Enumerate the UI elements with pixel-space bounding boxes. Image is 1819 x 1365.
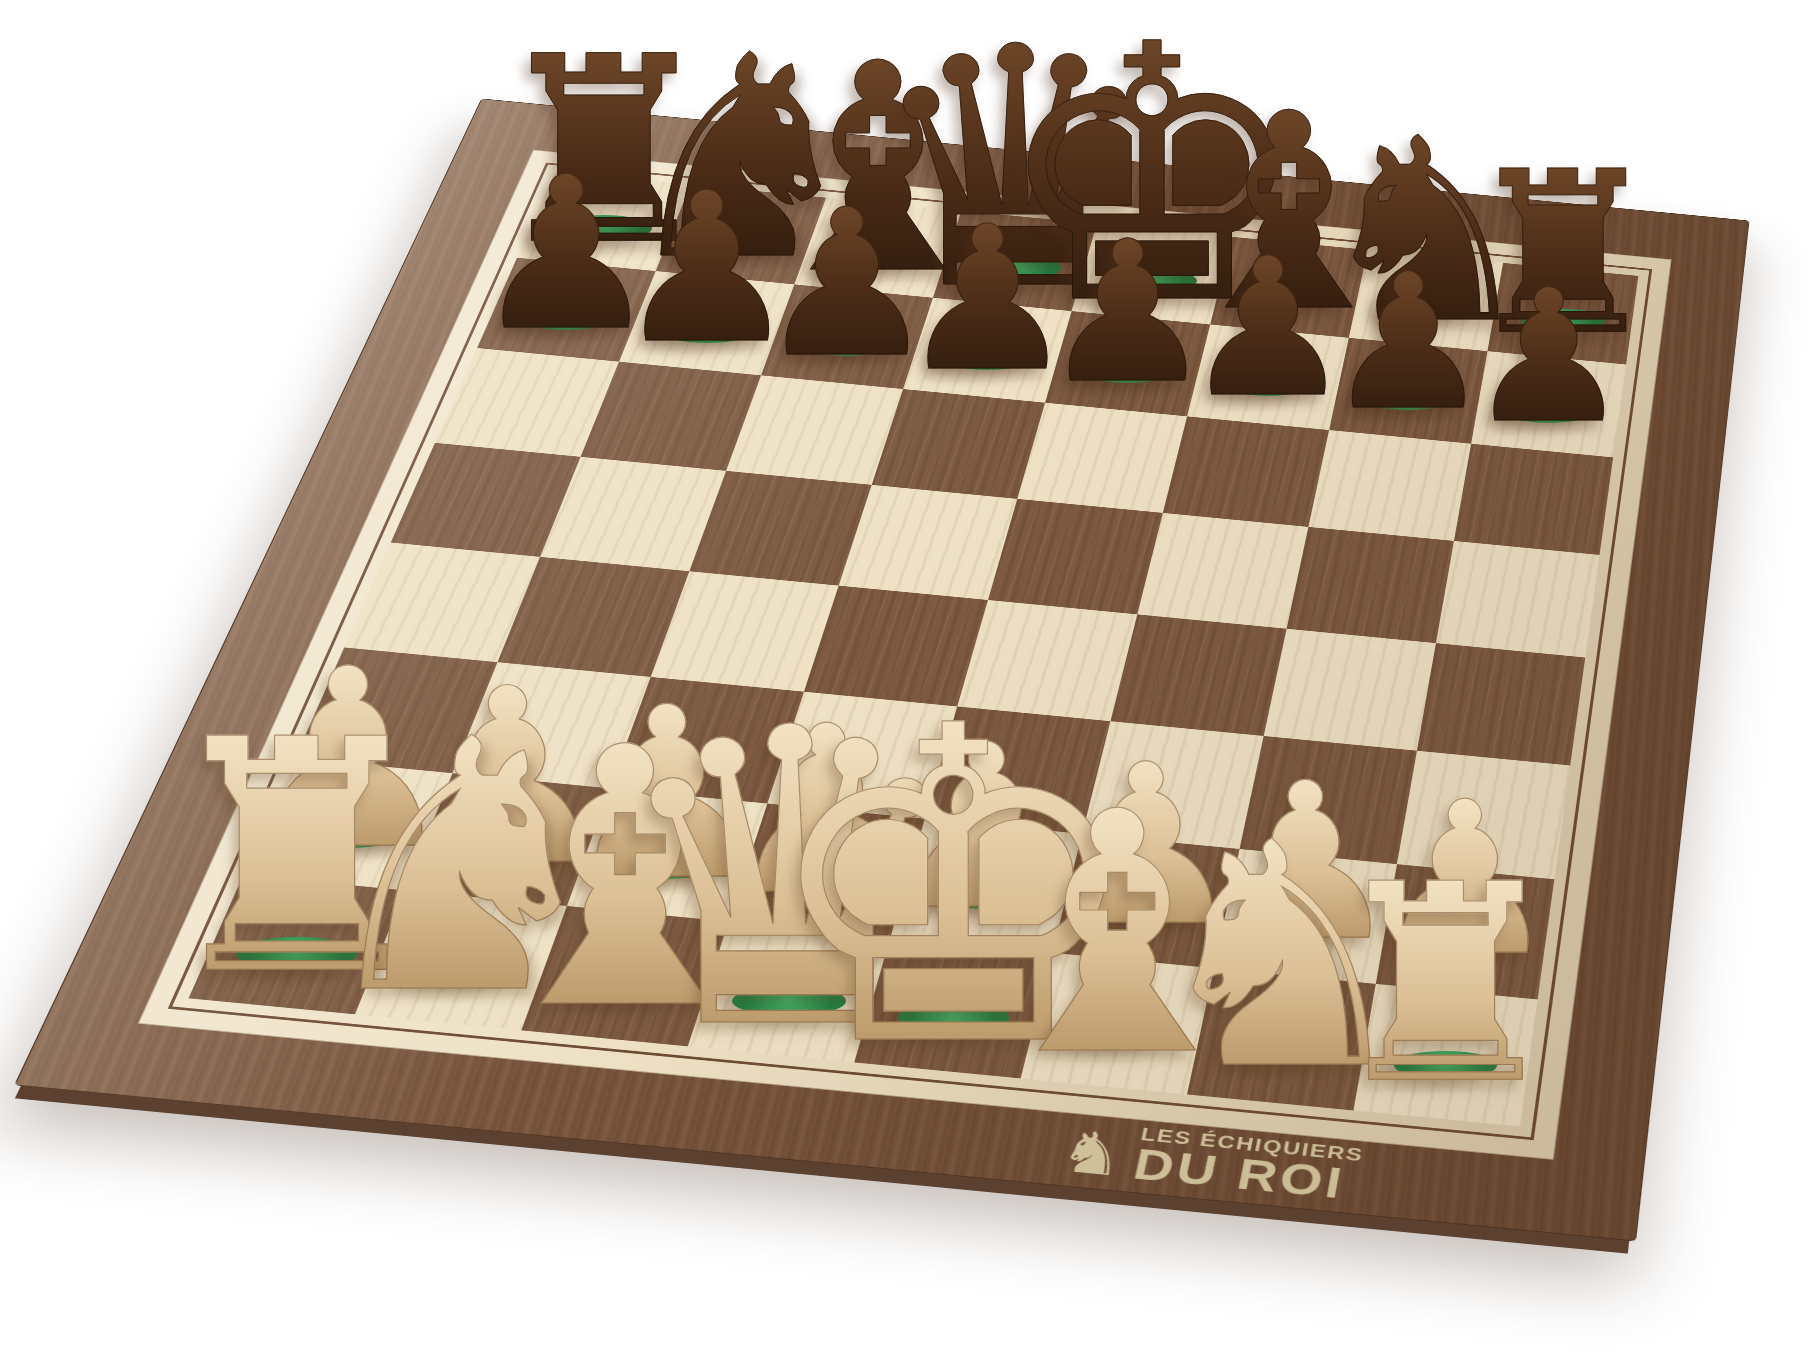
white-rook-h1[interactable]: ♜	[1309, 849, 1581, 1122]
black-pawn-h7[interactable]: ♟	[1457, 266, 1640, 449]
pieces-layer: ♜♞♝♛♚♝♞♜♟♟♟♟♟♟♟♟♟♟♟♟♟♟♟♟♜♞♝♛♚♝♞♜	[0, 0, 1819, 1365]
